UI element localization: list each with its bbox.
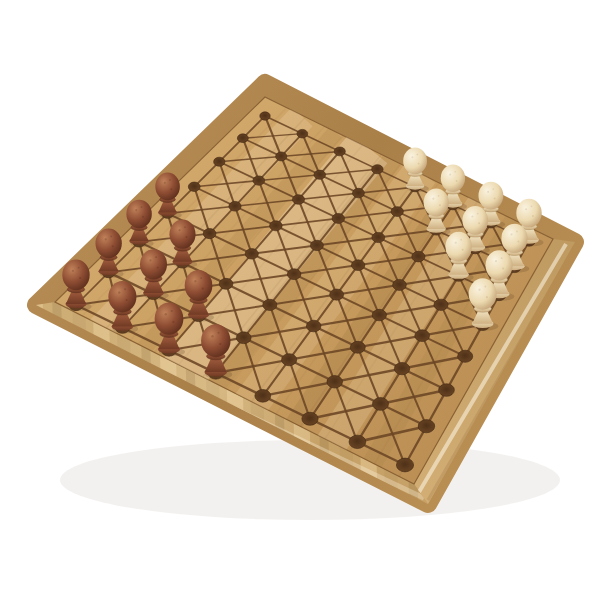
hole-d3[interactable] xyxy=(263,299,277,310)
hole-c4[interactable] xyxy=(245,249,258,259)
hole-e4[interactable] xyxy=(330,289,344,300)
hole-e5[interactable] xyxy=(351,260,364,271)
hole-g1[interactable] xyxy=(349,435,366,448)
hole-g2[interactable] xyxy=(373,398,389,411)
hole-a6[interactable] xyxy=(214,157,225,166)
hole-e6[interactable] xyxy=(372,232,385,242)
hole-g5[interactable] xyxy=(434,299,448,310)
hole-f5[interactable] xyxy=(393,279,407,290)
hole-f6[interactable] xyxy=(412,251,425,262)
hole-b6[interactable] xyxy=(253,176,265,185)
hole-f1[interactable] xyxy=(302,412,318,425)
hole-b7[interactable] xyxy=(276,152,287,161)
hole-d8[interactable] xyxy=(372,165,383,174)
hole-e1[interactable] xyxy=(255,389,271,402)
hole-f4[interactable] xyxy=(372,309,386,320)
hole-e2[interactable] xyxy=(282,354,297,366)
hole-g4[interactable] xyxy=(415,330,430,342)
hole-e7[interactable] xyxy=(391,207,403,217)
hole-h1[interactable] xyxy=(396,458,413,472)
hole-d2[interactable] xyxy=(236,332,251,344)
hole-a8[interactable] xyxy=(260,112,270,120)
hole-b5[interactable] xyxy=(229,201,241,211)
hole-b8[interactable] xyxy=(297,129,308,138)
hole-f3[interactable] xyxy=(350,341,365,353)
halma-board-photo xyxy=(0,0,600,600)
hole-d6[interactable] xyxy=(332,214,344,224)
hole-c5[interactable] xyxy=(270,221,283,231)
hole-h4[interactable] xyxy=(458,350,473,362)
hole-b4[interactable] xyxy=(203,229,216,239)
board-scene xyxy=(0,0,600,600)
hole-g3[interactable] xyxy=(394,363,409,375)
hole-a7[interactable] xyxy=(237,134,248,143)
hole-d5[interactable] xyxy=(310,240,323,250)
hole-f2[interactable] xyxy=(327,376,343,388)
hole-h3[interactable] xyxy=(439,384,455,397)
hole-c3[interactable] xyxy=(219,278,233,289)
hole-a5[interactable] xyxy=(188,182,200,191)
hole-d7[interactable] xyxy=(352,188,364,198)
hole-c7[interactable] xyxy=(314,170,326,179)
hole-e3[interactable] xyxy=(306,320,320,332)
hole-d4[interactable] xyxy=(287,269,300,280)
hole-h2[interactable] xyxy=(418,420,434,433)
hole-c6[interactable] xyxy=(292,195,304,205)
hole-c8[interactable] xyxy=(334,147,345,156)
